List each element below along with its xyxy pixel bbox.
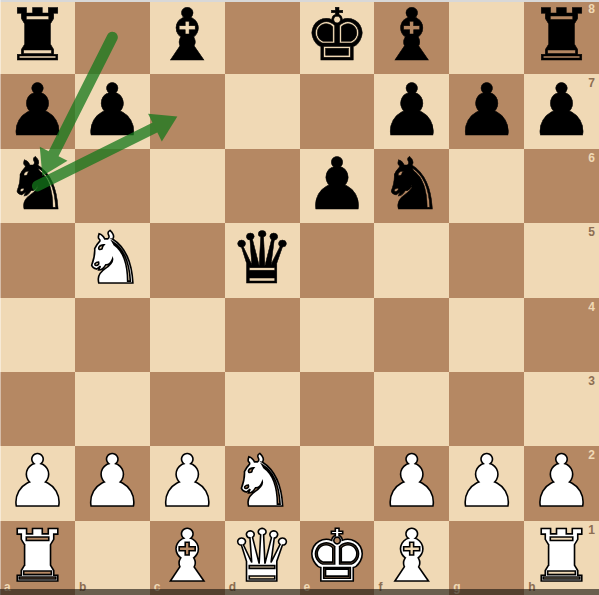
square-f3[interactable] — [374, 372, 449, 446]
square-c3[interactable] — [150, 372, 225, 446]
square-f8[interactable]: ♝ — [374, 0, 449, 74]
piece-white-pawn-f2[interactable]: ♟ — [380, 445, 445, 517]
square-h3[interactable]: 3 — [524, 372, 599, 446]
square-h7[interactable]: ♟7 — [524, 74, 599, 148]
piece-black-bishop-c8[interactable]: ♝ — [155, 0, 220, 71]
square-e3[interactable] — [300, 372, 375, 446]
square-g1[interactable]: g — [449, 521, 524, 595]
square-a3[interactable] — [0, 372, 75, 446]
square-h1[interactable]: ♜1h — [524, 521, 599, 595]
piece-white-knight-b5[interactable]: ♞ — [80, 222, 145, 294]
square-h5[interactable]: 5 — [524, 223, 599, 297]
square-a1[interactable]: ♜a — [0, 521, 75, 595]
square-b5[interactable]: ♞ — [75, 223, 150, 297]
piece-white-pawn-c2[interactable]: ♟ — [155, 445, 220, 517]
square-f6[interactable]: ♞ — [374, 149, 449, 223]
coord-rank-7: 7 — [588, 77, 595, 89]
square-g7[interactable]: ♟ — [449, 74, 524, 148]
square-d3[interactable] — [225, 372, 300, 446]
square-h6[interactable]: 6 — [524, 149, 599, 223]
square-d7[interactable] — [225, 74, 300, 148]
square-h2[interactable]: ♟2 — [524, 446, 599, 520]
square-a5[interactable] — [0, 223, 75, 297]
square-c2[interactable]: ♟ — [150, 446, 225, 520]
piece-white-knight-d2[interactable]: ♞ — [230, 445, 295, 517]
square-g4[interactable] — [449, 298, 524, 372]
piece-black-pawn-e6[interactable]: ♟ — [305, 148, 370, 220]
piece-white-pawn-a2[interactable]: ♟ — [5, 445, 70, 517]
piece-black-knight-a6[interactable]: ♞ — [5, 148, 70, 220]
coord-rank-3: 3 — [588, 375, 595, 387]
piece-black-bishop-f8[interactable]: ♝ — [380, 0, 445, 71]
square-e1[interactable]: ♚e — [300, 521, 375, 595]
piece-white-pawn-b2[interactable]: ♟ — [80, 445, 145, 517]
square-b4[interactable] — [75, 298, 150, 372]
square-h8[interactable]: ♜8 — [524, 0, 599, 74]
piece-white-rook-a1[interactable]: ♜ — [5, 520, 70, 592]
square-d2[interactable]: ♞ — [225, 446, 300, 520]
piece-black-pawn-g7[interactable]: ♟ — [454, 74, 519, 146]
piece-white-bishop-f1[interactable]: ♝ — [380, 520, 445, 592]
piece-black-rook-h8[interactable]: ♜ — [529, 0, 594, 71]
square-g2[interactable]: ♟ — [449, 446, 524, 520]
window-top-edge — [0, 0, 599, 2]
square-b3[interactable] — [75, 372, 150, 446]
piece-black-pawn-f7[interactable]: ♟ — [380, 74, 445, 146]
square-d5[interactable]: ♛ — [225, 223, 300, 297]
square-b1[interactable]: b — [75, 521, 150, 595]
square-a8[interactable]: ♜ — [0, 0, 75, 74]
square-f5[interactable] — [374, 223, 449, 297]
square-e8[interactable]: ♚ — [300, 0, 375, 74]
square-c4[interactable] — [150, 298, 225, 372]
square-e6[interactable]: ♟ — [300, 149, 375, 223]
piece-black-king-e8[interactable]: ♚ — [305, 0, 370, 71]
square-g5[interactable] — [449, 223, 524, 297]
piece-black-queen-d5[interactable]: ♛ — [230, 222, 295, 294]
square-g6[interactable] — [449, 149, 524, 223]
piece-white-rook-h1[interactable]: ♜ — [529, 520, 594, 592]
square-b8[interactable] — [75, 0, 150, 74]
square-c6[interactable] — [150, 149, 225, 223]
piece-black-pawn-h7[interactable]: ♟ — [529, 74, 594, 146]
square-d4[interactable] — [225, 298, 300, 372]
square-f1[interactable]: ♝f — [374, 521, 449, 595]
piece-black-rook-a8[interactable]: ♜ — [5, 0, 70, 71]
square-c8[interactable]: ♝ — [150, 0, 225, 74]
coord-rank-8: 8 — [588, 3, 595, 15]
coord-rank-5: 5 — [588, 226, 595, 238]
square-d6[interactable] — [225, 149, 300, 223]
square-g8[interactable] — [449, 0, 524, 74]
square-c1[interactable]: ♝c — [150, 521, 225, 595]
square-d1[interactable]: ♛d — [225, 521, 300, 595]
square-g3[interactable] — [449, 372, 524, 446]
square-e7[interactable] — [300, 74, 375, 148]
piece-white-king-e1[interactable]: ♚ — [305, 520, 370, 592]
piece-white-queen-d1[interactable]: ♛ — [230, 520, 295, 592]
square-a6[interactable]: ♞ — [0, 149, 75, 223]
square-f4[interactable] — [374, 298, 449, 372]
square-b2[interactable]: ♟ — [75, 446, 150, 520]
coord-rank-6: 6 — [588, 152, 595, 164]
coord-rank-2: 2 — [588, 449, 595, 461]
square-b7[interactable]: ♟ — [75, 74, 150, 148]
square-f7[interactable]: ♟ — [374, 74, 449, 148]
square-c7[interactable] — [150, 74, 225, 148]
window-left-edge — [0, 0, 1, 595]
piece-black-pawn-b7[interactable]: ♟ — [80, 74, 145, 146]
square-d8[interactable] — [225, 0, 300, 74]
piece-black-knight-f6[interactable]: ♞ — [380, 148, 445, 220]
square-a2[interactable]: ♟ — [0, 446, 75, 520]
square-h4[interactable]: 4 — [524, 298, 599, 372]
square-f2[interactable]: ♟ — [374, 446, 449, 520]
coord-rank-4: 4 — [588, 301, 595, 313]
square-a7[interactable]: ♟ — [0, 74, 75, 148]
square-e4[interactable] — [300, 298, 375, 372]
piece-white-pawn-h2[interactable]: ♟ — [529, 445, 594, 517]
square-e2[interactable] — [300, 446, 375, 520]
chess-analysis-screenshot: ♜♝♚♝♜8♟♟♟♟♟7♞♟♞6♞♛543♟♟♟♞♟♟♟2♜ab♝c♛d♚e♝f… — [0, 0, 599, 595]
square-b6[interactable] — [75, 149, 150, 223]
chess-board[interactable]: ♜♝♚♝♜8♟♟♟♟♟7♞♟♞6♞♛543♟♟♟♞♟♟♟2♜ab♝c♛d♚e♝f… — [0, 0, 599, 595]
piece-white-pawn-g2[interactable]: ♟ — [454, 445, 519, 517]
piece-white-bishop-c1[interactable]: ♝ — [155, 520, 220, 592]
window-bottom-bar — [0, 589, 599, 595]
square-e5[interactable] — [300, 223, 375, 297]
square-c5[interactable] — [150, 223, 225, 297]
piece-black-pawn-a7[interactable]: ♟ — [5, 74, 70, 146]
coord-rank-1: 1 — [588, 524, 595, 536]
square-a4[interactable] — [0, 298, 75, 372]
